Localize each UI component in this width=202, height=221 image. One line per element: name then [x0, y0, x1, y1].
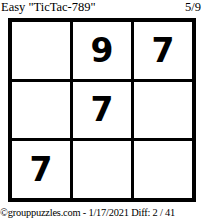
cell-r1c2[interactable]: 9 [73, 22, 131, 79]
header: Easy "TicTac-789" 5/9 [1, 0, 201, 16]
cell-r3c3[interactable] [134, 141, 192, 198]
puzzle-title: Easy "TicTac-789" [1, 0, 96, 14]
cell-r1c3[interactable]: 7 [134, 22, 192, 79]
cell-r3c2[interactable] [73, 141, 131, 198]
page-number: 5/9 [185, 0, 201, 14]
copyright-line: ©grouppuzzles.com - 1/17/2021 Diff: 2 / … [0, 206, 202, 219]
cell-r3c1[interactable]: 7 [12, 141, 70, 198]
cell-r1c1[interactable] [12, 22, 70, 79]
cell-r2c3[interactable] [134, 82, 192, 139]
cell-r2c2[interactable]: 7 [73, 82, 131, 139]
puzzle-grid: 9777 [8, 18, 196, 202]
puzzle-page: Easy "TicTac-789" 5/9 9777 ©grouppuzzles… [0, 0, 202, 221]
cell-r2c1[interactable] [12, 82, 70, 139]
